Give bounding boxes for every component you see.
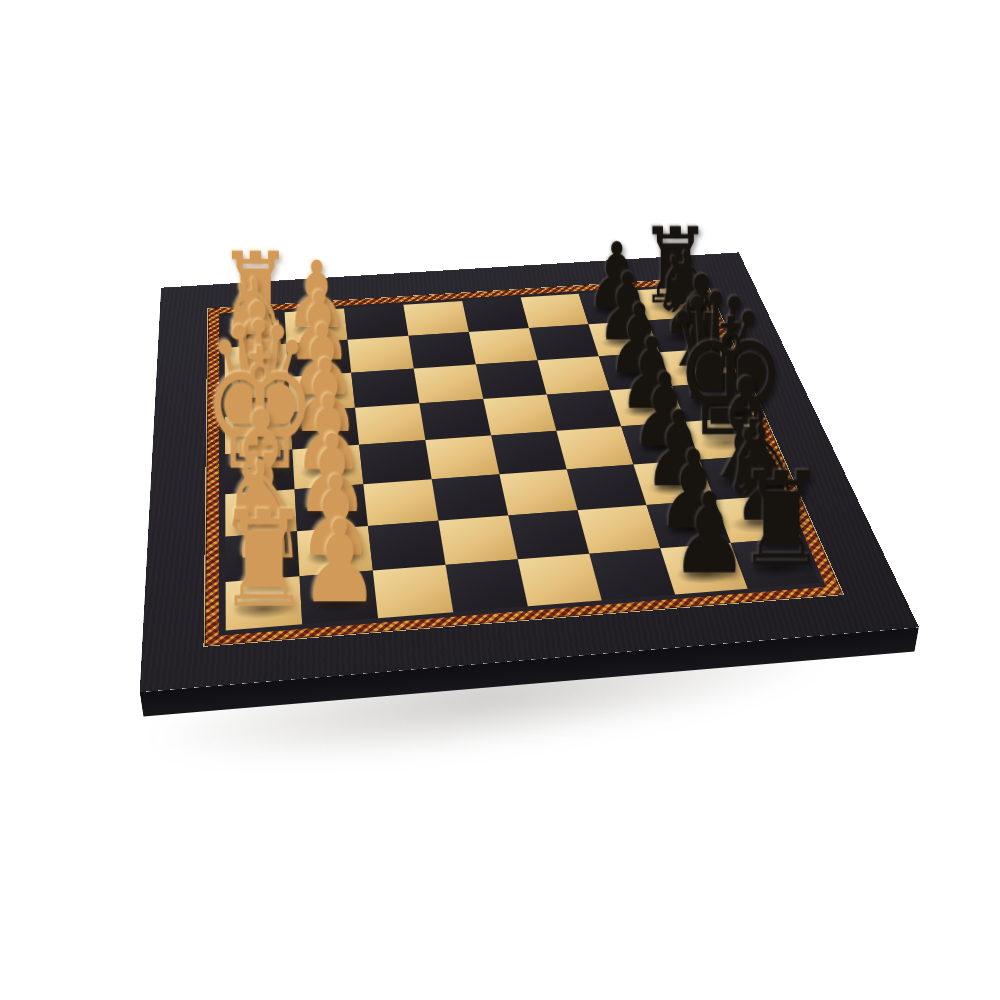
white-pawn[interactable]: ♟ [300, 510, 380, 615]
chessboard: ♜♟♟♜♞♟♟♞♝♟♟♝♛♟♟♛♚♟♟♚♝♟♟♝♞♟♟♞♜♟♟♜ [140, 252, 919, 692]
square-h6[interactable] [589, 548, 675, 600]
square-a5[interactable] [462, 297, 529, 332]
square-c4[interactable] [414, 365, 484, 404]
square-f4[interactable] [432, 474, 509, 520]
square-h1[interactable]: ♜ [226, 576, 303, 630]
photo-background: ♜♟♟♜♞♟♟♞♝♟♟♝♛♟♟♛♚♟♟♚♝♟♟♝♞♟♟♞♜♟♟♜ [0, 0, 1000, 1000]
mosaic-inlay-border: ♜♟♟♜♞♟♟♞♝♟♟♝♛♟♟♛♚♟♟♚♝♟♟♝♞♟♟♞♜♟♟♜ [203, 277, 844, 647]
black-pawn[interactable]: ♟ [670, 483, 748, 586]
square-g5[interactable] [508, 510, 589, 559]
chessboard-scene: ♜♟♟♜♞♟♟♞♝♟♟♝♛♟♟♛♚♟♟♚♝♟♟♝♞♟♟♞♜♟♟♜ [156, 101, 824, 769]
square-a6[interactable] [521, 294, 589, 328]
black-rook[interactable]: ♜ [736, 461, 826, 580]
white-rook[interactable]: ♜ [217, 499, 310, 622]
board-grid: ♜♟♟♜♞♟♟♞♝♟♟♝♛♟♟♛♚♟♟♚♝♟♟♝♞♟♟♞♜♟♟♜ [225, 287, 818, 631]
square-e5[interactable] [491, 431, 567, 474]
square-f6[interactable] [567, 465, 647, 511]
square-b5[interactable] [469, 328, 538, 364]
square-h7[interactable]: ♟ [660, 543, 748, 595]
square-e4[interactable] [425, 435, 499, 479]
square-d6[interactable] [547, 390, 622, 431]
square-e6[interactable] [556, 426, 633, 469]
board-edge-left [140, 288, 164, 717]
inner-margin: ♜♟♟♜♞♟♟♞♝♟♟♝♛♟♟♛♚♟♟♚♝♟♟♝♞♟♟♞♜♟♟♜ [219, 284, 826, 636]
square-h5[interactable] [518, 554, 602, 606]
square-d5[interactable] [483, 395, 556, 436]
square-h3[interactable] [373, 565, 453, 618]
square-g4[interactable] [438, 515, 517, 565]
square-c6[interactable] [538, 356, 610, 394]
square-c5[interactable] [476, 360, 547, 399]
square-d4[interactable] [419, 399, 491, 440]
square-a4[interactable] [403, 301, 468, 336]
square-h4[interactable] [446, 559, 528, 612]
square-h2[interactable]: ♟ [300, 571, 379, 625]
square-f5[interactable] [499, 469, 577, 515]
square-b6[interactable] [529, 324, 599, 360]
board-frame: ♜♟♟♜♞♟♟♞♝♟♟♝♛♟♟♛♚♟♟♚♝♟♟♝♞♟♟♞♜♟♟♜ [140, 252, 919, 692]
square-b4[interactable] [408, 332, 475, 369]
